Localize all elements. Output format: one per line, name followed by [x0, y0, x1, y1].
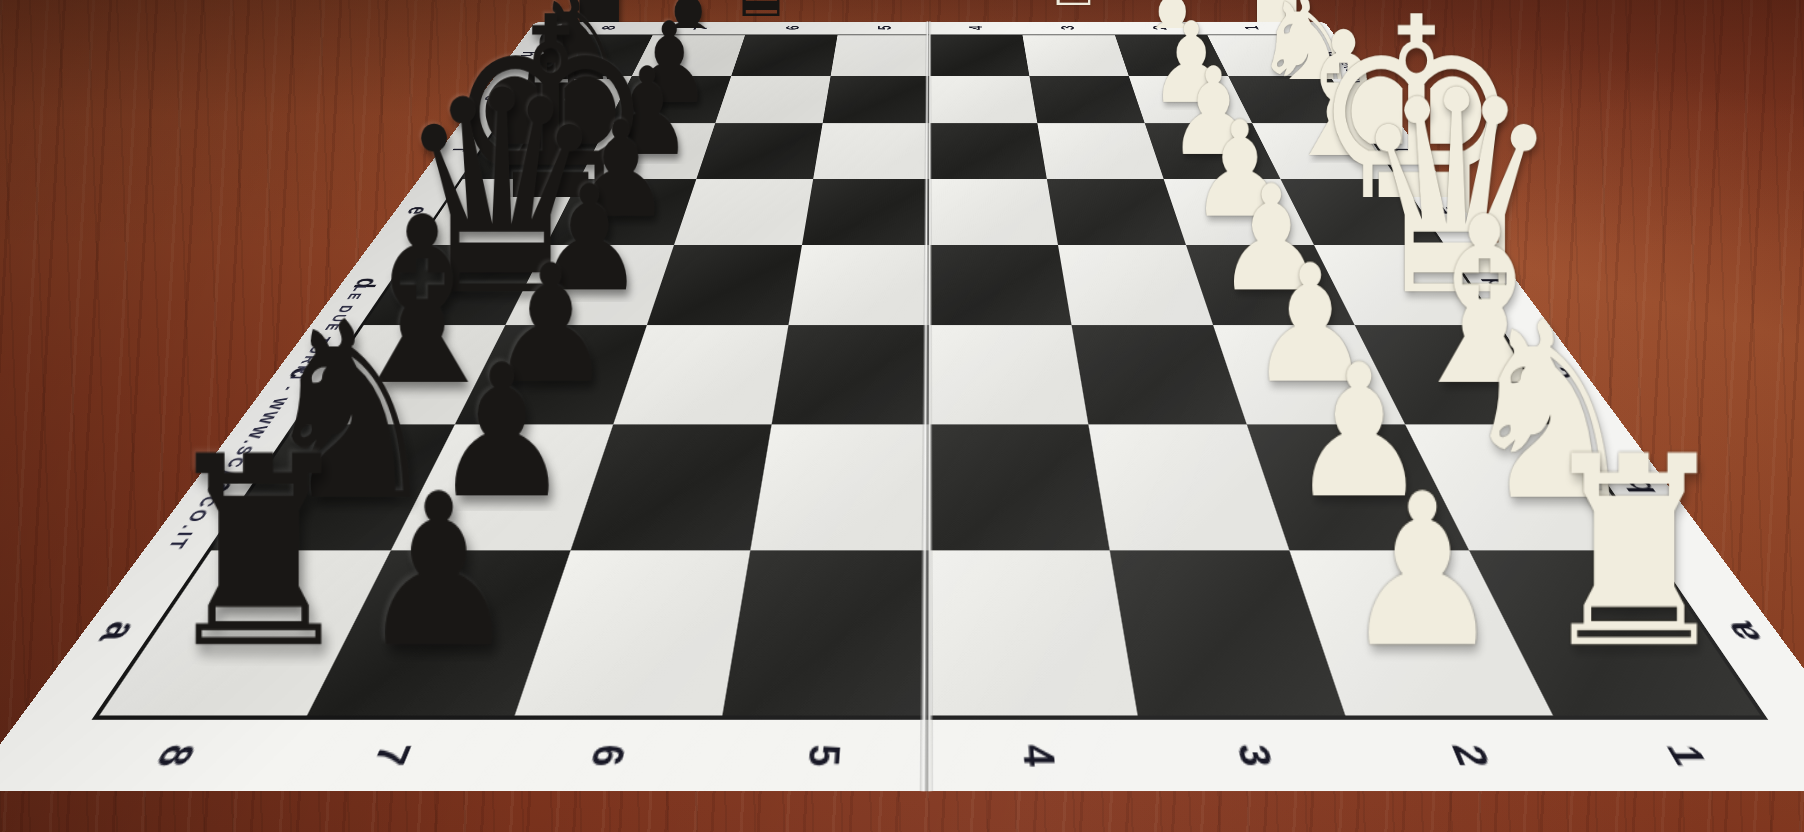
square-c4[interactable] [930, 325, 1088, 424]
right-file-label-f: f [1385, 147, 1415, 151]
near-rank-label-7: 7 [362, 745, 420, 767]
left-file-label-h: h [514, 52, 541, 57]
square-c6[interactable] [613, 325, 788, 424]
square-d8[interactable] [364, 245, 546, 325]
square-a1[interactable] [1469, 550, 1761, 715]
square-b1[interactable] [1405, 424, 1649, 550]
square-b6[interactable] [571, 424, 772, 550]
square-a8[interactable] [99, 550, 391, 715]
left-file-label-f: f [445, 147, 475, 151]
far-rank-label-7: 7 [689, 26, 711, 30]
square-b7[interactable] [391, 424, 613, 550]
square-e4[interactable] [930, 179, 1058, 245]
square-f3[interactable] [1037, 123, 1163, 179]
near-rank-label-6: 6 [579, 745, 633, 767]
near-rank-label-5: 5 [797, 745, 847, 767]
square-c7[interactable] [455, 325, 647, 424]
spare-white-piece: ♛ [1038, 0, 1110, 18]
square-g3[interactable] [1029, 76, 1144, 123]
table-surface: ♛ ♛ 8765432187654321abcdefghabcdefgh LE … [0, 0, 1804, 832]
square-g5[interactable] [823, 76, 930, 123]
right-file-label-a: a [1712, 621, 1773, 640]
far-rank-label-3: 3 [1057, 26, 1079, 30]
square-d4[interactable] [930, 245, 1072, 325]
right-file-label-d: d [1475, 278, 1515, 288]
far-rank-label-6: 6 [781, 26, 803, 30]
square-c2[interactable] [1213, 325, 1405, 424]
right-file-label-g: g [1349, 95, 1378, 101]
square-b3[interactable] [1088, 424, 1289, 550]
square-b4[interactable] [930, 424, 1110, 550]
far-rank-label-5: 5 [874, 26, 895, 30]
square-b2[interactable] [1247, 424, 1469, 550]
chess-board: 8765432187654321abcdefghabcdefgh LE DUE … [0, 22, 1804, 792]
far-rank-label-8: 8 [597, 26, 620, 30]
square-c5[interactable] [772, 325, 930, 424]
near-rank-label-4: 4 [1013, 745, 1063, 767]
square-h7[interactable] [632, 35, 745, 76]
square-a4[interactable] [930, 550, 1138, 715]
square-e3[interactable] [1047, 179, 1186, 245]
right-file-label-e: e [1426, 206, 1461, 214]
square-h1[interactable] [1208, 35, 1328, 76]
square-h6[interactable] [731, 35, 837, 76]
near-rank-label-1: 1 [1654, 745, 1716, 767]
right-file-label-c: c [1537, 367, 1582, 379]
square-f4[interactable] [930, 123, 1047, 179]
far-rank-label-2: 2 [1148, 26, 1170, 30]
square-h3[interactable] [1023, 35, 1129, 76]
square-h5[interactable] [831, 35, 930, 76]
near-rank-label-8: 8 [144, 745, 206, 767]
near-rank-label-3: 3 [1227, 745, 1281, 767]
square-a7[interactable] [307, 550, 571, 715]
square-d3[interactable] [1058, 245, 1213, 325]
square-a5[interactable] [722, 550, 930, 715]
square-c3[interactable] [1072, 325, 1247, 424]
right-file-label-b: b [1613, 477, 1665, 493]
square-b5[interactable] [750, 424, 930, 550]
square-e5[interactable] [802, 179, 930, 245]
near-rank-label-2: 2 [1440, 745, 1498, 767]
square-a2[interactable] [1289, 550, 1553, 715]
board-grid [91, 35, 1768, 720]
square-h4[interactable] [930, 35, 1029, 76]
right-file-label-h: h [1319, 52, 1346, 57]
left-file-label-a: a [87, 621, 148, 640]
square-g6[interactable] [715, 76, 830, 123]
far-rank-label-4: 4 [965, 26, 986, 30]
square-e6[interactable] [674, 179, 813, 245]
square-d6[interactable] [647, 245, 802, 325]
square-f6[interactable] [696, 123, 822, 179]
square-f5[interactable] [813, 123, 930, 179]
square-d7[interactable] [505, 245, 674, 325]
square-d5[interactable] [788, 245, 930, 325]
far-rank-label-1: 1 [1240, 26, 1263, 30]
square-g4[interactable] [930, 76, 1037, 123]
square-d1[interactable] [1314, 245, 1496, 325]
square-g1[interactable] [1228, 76, 1359, 123]
square-a3[interactable] [1110, 550, 1346, 715]
left-file-label-g: g [482, 95, 511, 101]
square-d2[interactable] [1186, 245, 1355, 325]
left-file-label-e: e [399, 206, 434, 214]
square-c1[interactable] [1355, 325, 1564, 424]
square-a6[interactable] [515, 550, 751, 715]
